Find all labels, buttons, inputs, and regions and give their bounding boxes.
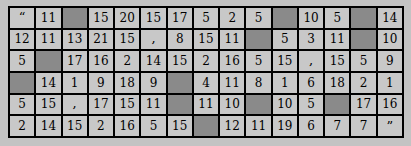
code-cell[interactable]: 15	[273, 51, 297, 71]
blocked-cell	[325, 95, 349, 115]
code-cell[interactable]: 3	[299, 30, 323, 50]
code-cell[interactable]: 5	[141, 116, 165, 136]
code-cell[interactable]: 15	[36, 95, 60, 115]
code-cell[interactable]: 9	[378, 51, 402, 71]
blocked-cell	[351, 30, 375, 50]
code-cell[interactable]: 10	[220, 95, 244, 115]
code-cell[interactable]: 16	[89, 51, 113, 71]
code-cell[interactable]: 11	[220, 73, 244, 93]
code-cell[interactable]: 13	[63, 30, 87, 50]
code-cell[interactable]: 5	[325, 8, 349, 28]
blocked-cell	[36, 51, 60, 71]
code-cell[interactable]: 2	[351, 73, 375, 93]
code-cell[interactable]: 2	[115, 51, 139, 71]
code-cell[interactable]: 10	[378, 30, 402, 50]
code-cell[interactable]: 15	[168, 116, 192, 136]
blocked-cell	[351, 8, 375, 28]
code-cell[interactable]: 11	[325, 30, 349, 50]
code-cell[interactable]: 19	[273, 116, 297, 136]
blocked-cell	[63, 8, 87, 28]
code-cell[interactable]: 14	[36, 73, 60, 93]
code-cell[interactable]: 10	[273, 95, 297, 115]
code-cell[interactable]: 10	[299, 8, 323, 28]
code-cell[interactable]: 16	[220, 51, 244, 71]
code-cell[interactable]: 5	[10, 95, 34, 115]
code-cell[interactable]: 1	[273, 73, 297, 93]
code-cell[interactable]: 16	[378, 95, 402, 115]
code-cell[interactable]: ,	[141, 30, 165, 50]
code-cell[interactable]: 11	[246, 116, 270, 136]
code-cell[interactable]: 5	[194, 8, 218, 28]
code-cell[interactable]: 15	[63, 116, 87, 136]
code-cell[interactable]: 11	[194, 95, 218, 115]
code-cell[interactable]: 15	[194, 30, 218, 50]
code-cell[interactable]: 12	[220, 116, 244, 136]
code-cell[interactable]: 8	[246, 73, 270, 93]
code-cell[interactable]: 11	[36, 30, 60, 50]
code-cell[interactable]: 15	[89, 8, 113, 28]
code-cell[interactable]: 6	[299, 116, 323, 136]
codeword-grid: “1115201517525105141211132115,8151153111…	[8, 6, 404, 138]
code-cell[interactable]: 2	[10, 116, 34, 136]
blocked-cell	[246, 30, 270, 50]
code-cell[interactable]: 5	[299, 95, 323, 115]
code-cell[interactable]: 15	[115, 95, 139, 115]
code-cell[interactable]: 5	[10, 51, 34, 71]
code-cell[interactable]: 16	[115, 116, 139, 136]
code-cell[interactable]: 11	[220, 30, 244, 50]
blocked-cell	[168, 95, 192, 115]
code-cell[interactable]: 9	[141, 73, 165, 93]
code-cell[interactable]: 4	[194, 73, 218, 93]
code-cell[interactable]: 6	[299, 73, 323, 93]
code-cell[interactable]: 11	[141, 95, 165, 115]
code-cell[interactable]: 18	[115, 73, 139, 93]
code-cell[interactable]: 14	[36, 116, 60, 136]
code-cell[interactable]: 17	[168, 8, 192, 28]
code-cell[interactable]: ,	[63, 95, 87, 115]
blocked-cell	[10, 73, 34, 93]
code-cell[interactable]: 15	[115, 30, 139, 50]
code-cell[interactable]: 8	[168, 30, 192, 50]
puzzle-screenshot: “1115201517525105141211132115,8151153111…	[0, 0, 411, 146]
code-cell[interactable]: 18	[325, 73, 349, 93]
code-cell[interactable]: 12	[10, 30, 34, 50]
code-cell[interactable]: 17	[63, 51, 87, 71]
code-cell[interactable]: 17	[89, 95, 113, 115]
code-cell[interactable]: 5	[351, 51, 375, 71]
code-cell[interactable]: 1	[378, 73, 402, 93]
blocked-cell	[273, 8, 297, 28]
code-cell[interactable]: 14	[378, 8, 402, 28]
code-cell[interactable]: 2	[194, 51, 218, 71]
code-cell[interactable]: 20	[115, 8, 139, 28]
code-cell[interactable]: 15	[141, 8, 165, 28]
blocked-cell	[168, 73, 192, 93]
code-cell[interactable]: 5	[246, 51, 270, 71]
code-cell[interactable]: 5	[246, 8, 270, 28]
code-cell[interactable]: 14	[141, 51, 165, 71]
code-cell[interactable]: 7	[325, 116, 349, 136]
code-cell[interactable]: 2	[220, 8, 244, 28]
code-cell[interactable]: ”	[378, 116, 402, 136]
code-cell[interactable]: 11	[36, 8, 60, 28]
code-cell[interactable]: ,	[299, 51, 323, 71]
code-cell[interactable]: 2	[89, 116, 113, 136]
code-cell[interactable]: 21	[89, 30, 113, 50]
code-cell[interactable]: 17	[351, 95, 375, 115]
code-cell[interactable]: 15	[168, 51, 192, 71]
code-cell[interactable]: 9	[89, 73, 113, 93]
code-cell[interactable]: “	[10, 8, 34, 28]
code-cell[interactable]: 7	[351, 116, 375, 136]
blocked-cell	[194, 116, 218, 136]
code-cell[interactable]: 5	[273, 30, 297, 50]
blocked-cell	[246, 95, 270, 115]
code-cell[interactable]: 15	[325, 51, 349, 71]
code-cell[interactable]: 1	[63, 73, 87, 93]
